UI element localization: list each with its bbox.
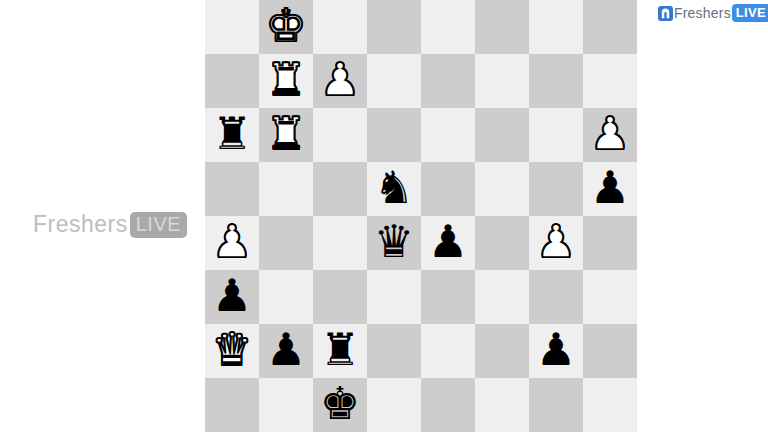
logo-live-badge: LIVE [732, 4, 768, 22]
watermark-live-badge: LIVE [130, 212, 187, 238]
square-d4: ♛ [367, 216, 421, 270]
square-e6 [421, 108, 475, 162]
square-h8 [583, 0, 637, 54]
square-b3 [259, 270, 313, 324]
square-g7 [529, 54, 583, 108]
square-g5 [529, 162, 583, 216]
square-e2 [421, 324, 475, 378]
square-c8 [313, 0, 367, 54]
white-pawn: ♟ [212, 219, 252, 264]
square-f4 [475, 216, 529, 270]
square-f1 [475, 378, 529, 432]
square-d2 [367, 324, 421, 378]
square-e4: ♟ [421, 216, 475, 270]
square-d8 [367, 0, 421, 54]
square-f6 [475, 108, 529, 162]
square-c4 [313, 216, 367, 270]
square-a5 [205, 162, 259, 216]
square-e8 [421, 0, 475, 54]
square-g3 [529, 270, 583, 324]
square-b7: ♜ [259, 54, 313, 108]
black-rook: ♜ [320, 327, 360, 372]
black-pawn: ♟ [590, 165, 630, 210]
square-c3 [313, 270, 367, 324]
square-a4: ♟ [205, 216, 259, 270]
black-pawn: ♟ [212, 273, 252, 318]
square-e1 [421, 378, 475, 432]
square-a6: ♜ [205, 108, 259, 162]
square-e7 [421, 54, 475, 108]
square-g2: ♟ [529, 324, 583, 378]
white-pawn: ♟ [536, 219, 576, 264]
square-g8 [529, 0, 583, 54]
square-b1 [259, 378, 313, 432]
square-h1 [583, 378, 637, 432]
square-d6 [367, 108, 421, 162]
square-h4 [583, 216, 637, 270]
square-d5: ♞ [367, 162, 421, 216]
black-queen: ♛ [374, 219, 414, 264]
watermark-brand-text: Freshers [33, 211, 128, 238]
square-f8 [475, 0, 529, 54]
square-e5 [421, 162, 475, 216]
watermark: Freshers LIVE [33, 211, 187, 238]
square-a8 [205, 0, 259, 54]
square-a2: ♛ [205, 324, 259, 378]
square-c6 [313, 108, 367, 162]
square-g6 [529, 108, 583, 162]
white-queen: ♛ [212, 327, 252, 372]
white-king: ♚ [266, 3, 306, 48]
white-rook: ♜ [266, 111, 306, 156]
black-pawn: ♟ [536, 327, 576, 372]
square-h2 [583, 324, 637, 378]
square-a1 [205, 378, 259, 432]
square-c2: ♜ [313, 324, 367, 378]
square-f3 [475, 270, 529, 324]
black-rook: ♜ [212, 111, 252, 156]
square-g1 [529, 378, 583, 432]
brand-logo: Freshers LIVE [658, 4, 768, 22]
white-rook: ♜ [266, 57, 306, 102]
square-c7: ♟ [313, 54, 367, 108]
square-b4 [259, 216, 313, 270]
logo-brand-text: Freshers [674, 5, 731, 21]
square-f2 [475, 324, 529, 378]
square-b8: ♚ [259, 0, 313, 54]
black-knight: ♞ [374, 165, 414, 210]
square-f7 [475, 54, 529, 108]
square-d7 [367, 54, 421, 108]
square-c1: ♚ [313, 378, 367, 432]
square-b6: ♜ [259, 108, 313, 162]
black-king: ♚ [320, 381, 360, 426]
square-f5 [475, 162, 529, 216]
square-d1 [367, 378, 421, 432]
square-g4: ♟ [529, 216, 583, 270]
square-d3 [367, 270, 421, 324]
square-b2: ♟ [259, 324, 313, 378]
square-h3 [583, 270, 637, 324]
page: ♚♜♟♜♜♟♞♟♟♛♟♟♟♛♟♜♟♚ Freshers LIVE Fresher… [0, 0, 768, 432]
white-pawn: ♟ [320, 57, 360, 102]
square-h5: ♟ [583, 162, 637, 216]
chessboard: ♚♜♟♜♜♟♞♟♟♛♟♟♟♛♟♜♟♚ [205, 0, 637, 432]
square-h6: ♟ [583, 108, 637, 162]
square-a7 [205, 54, 259, 108]
square-h7 [583, 54, 637, 108]
black-pawn: ♟ [266, 327, 306, 372]
square-b5 [259, 162, 313, 216]
square-e3 [421, 270, 475, 324]
black-pawn: ♟ [428, 219, 468, 264]
square-a3: ♟ [205, 270, 259, 324]
white-pawn: ♟ [590, 111, 630, 156]
square-c5 [313, 162, 367, 216]
fresherslive-logo-icon [658, 6, 673, 21]
